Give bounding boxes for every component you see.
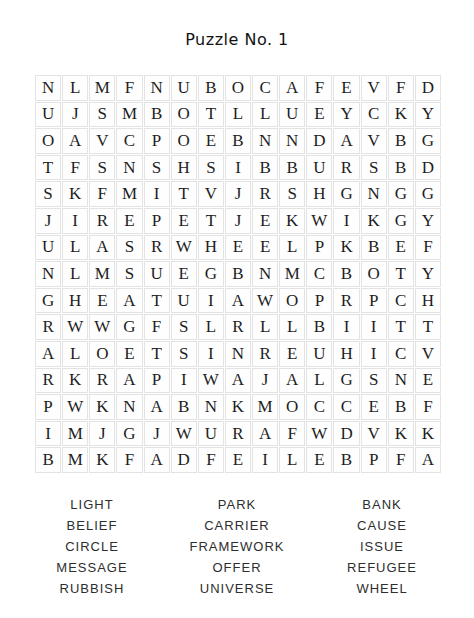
grid-cell-r10c1[interactable]: R — [35, 314, 61, 340]
grid-cell-r7c15[interactable]: F — [415, 235, 441, 261]
grid-cell-r2c15[interactable]: Y — [415, 102, 441, 128]
grid-cell-r14c15[interactable]: K — [415, 421, 441, 447]
grid-cell-r9c6[interactable]: U — [171, 288, 197, 314]
grid-cell-r2c14[interactable]: K — [388, 102, 414, 128]
grid-cell-r12c10[interactable]: A — [279, 368, 305, 394]
grid-cell-r10c13[interactable]: I — [361, 314, 387, 340]
grid-cell-r1c10[interactable]: A — [279, 75, 305, 101]
grid-cell-r12c8[interactable]: A — [225, 368, 251, 394]
grid-cell-r3c15[interactable]: G — [415, 128, 441, 154]
grid-cell-r15c4[interactable]: F — [116, 447, 142, 473]
grid-cell-r7c12[interactable]: K — [333, 235, 359, 261]
grid-cell-r12c5[interactable]: P — [144, 368, 170, 394]
grid-cell-r9c10[interactable]: O — [279, 288, 305, 314]
grid-cell-r14c4[interactable]: G — [116, 421, 142, 447]
grid-cell-r8c15[interactable]: Y — [415, 261, 441, 287]
grid-cell-r12c15[interactable]: E — [415, 368, 441, 394]
grid-cell-r9c5[interactable]: T — [144, 288, 170, 314]
grid-cell-r9c4[interactable]: A — [116, 288, 142, 314]
word-list: LIGHTBELIEFCIRCLEMESSAGERUBBISH PARKCARR… — [0, 494, 474, 599]
word-column-3: BANKCAUSEISSUEREFUGEEWHEEL — [312, 494, 452, 599]
word-wheel: WHEEL — [312, 578, 452, 599]
grid-cell-r10c4[interactable]: G — [116, 314, 142, 340]
grid-cell-r6c2[interactable]: I — [62, 208, 88, 234]
grid-cell-r5c2[interactable]: K — [62, 181, 88, 207]
grid-cell-r6c11[interactable]: W — [306, 208, 332, 234]
grid-cell-r8c1[interactable]: N — [35, 261, 61, 287]
grid-cell-r1c5[interactable]: N — [144, 75, 170, 101]
grid-cell-r7c4[interactable]: S — [116, 235, 142, 261]
grid-cell-r8c12[interactable]: B — [333, 261, 359, 287]
grid-cell-r3c3[interactable]: V — [89, 128, 115, 154]
grid-cell-r13c13[interactable]: E — [361, 394, 387, 420]
grid-cell-r12c13[interactable]: S — [361, 368, 387, 394]
grid-cell-r11c2[interactable]: L — [62, 341, 88, 367]
grid-cell-r1c4[interactable]: F — [116, 75, 142, 101]
grid-cell-r1c8[interactable]: O — [225, 75, 251, 101]
grid-cell-r3c6[interactable]: O — [171, 128, 197, 154]
grid-cell-r1c7[interactable]: B — [198, 75, 224, 101]
puzzle-title: Puzzle No. 1 — [0, 30, 474, 49]
grid-cell-r8c10[interactable]: M — [279, 261, 305, 287]
word-column-2: PARKCARRIERFRAMEWORKOFFERUNIVERSE — [162, 494, 312, 599]
grid-cell-r11c10[interactable]: E — [279, 341, 305, 367]
grid-cell-r12c12[interactable]: G — [333, 368, 359, 394]
grid-cell-r8c4[interactable]: S — [116, 261, 142, 287]
grid-cell-r6c13[interactable]: K — [361, 208, 387, 234]
grid-cell-r12c11[interactable]: L — [306, 368, 332, 394]
grid-cell-r4c2[interactable]: F — [62, 155, 88, 181]
grid-cell-r14c14[interactable]: K — [388, 421, 414, 447]
grid-cell-r2c13[interactable]: C — [361, 102, 387, 128]
letter-grid: NLMFNUBOCAFEVFDUJSMBOTLLUEYCKYOAVCPOEBNN… — [35, 75, 441, 473]
grid-cell-r7c2[interactable]: L — [62, 235, 88, 261]
grid-cell-r15c14[interactable]: F — [388, 447, 414, 473]
grid-cell-r4c12[interactable]: R — [333, 155, 359, 181]
grid-cell-r14c8[interactable]: R — [225, 421, 251, 447]
grid-cell-r3c4[interactable]: C — [116, 128, 142, 154]
grid-cell-r10c6[interactable]: S — [171, 314, 197, 340]
grid-cell-r5c14[interactable]: G — [388, 181, 414, 207]
grid-cell-r3c7[interactable]: E — [198, 128, 224, 154]
grid-cell-r14c10[interactable]: F — [279, 421, 305, 447]
grid-cell-r15c12[interactable]: B — [333, 447, 359, 473]
grid-cell-r13c6[interactable]: B — [171, 394, 197, 420]
grid-cell-r11c8[interactable]: N — [225, 341, 251, 367]
grid-cell-r6c7[interactable]: T — [198, 208, 224, 234]
grid-cell-r4c6[interactable]: H — [171, 155, 197, 181]
grid-cell-r11c6[interactable]: S — [171, 341, 197, 367]
grid-cell-r4c11[interactable]: U — [306, 155, 332, 181]
grid-cell-r1c9[interactable]: C — [252, 75, 278, 101]
grid-cell-r14c3[interactable]: J — [89, 421, 115, 447]
grid-cell-r8c13[interactable]: O — [361, 261, 387, 287]
grid-cell-r10c14[interactable]: T — [388, 314, 414, 340]
grid-cell-r11c3[interactable]: O — [89, 341, 115, 367]
grid-cell-r7c1[interactable]: U — [35, 235, 61, 261]
grid-cell-r3c12[interactable]: A — [333, 128, 359, 154]
grid-cell-r4c13[interactable]: S — [361, 155, 387, 181]
grid-cell-r8c6[interactable]: E — [171, 261, 197, 287]
grid-cell-r9c12[interactable]: R — [333, 288, 359, 314]
grid-cell-r2c2[interactable]: J — [62, 102, 88, 128]
grid-cell-r12c4[interactable]: A — [116, 368, 142, 394]
grid-cell-r8c5[interactable]: U — [144, 261, 170, 287]
grid-cell-r15c13[interactable]: P — [361, 447, 387, 473]
grid-cell-r3c11[interactable]: D — [306, 128, 332, 154]
word-column-1: LIGHTBELIEFCIRCLEMESSAGERUBBISH — [22, 494, 162, 599]
word-carrier: CARRIER — [162, 515, 312, 536]
word-light: LIGHT — [22, 494, 162, 515]
grid-cell-r14c1[interactable]: I — [35, 421, 61, 447]
grid-cell-r15c6[interactable]: D — [171, 447, 197, 473]
grid-cell-r2c12[interactable]: Y — [333, 102, 359, 128]
grid-cell-r11c15[interactable]: V — [415, 341, 441, 367]
grid-cell-r5c1[interactable]: S — [35, 181, 61, 207]
grid-cell-r14c2[interactable]: M — [62, 421, 88, 447]
grid-cell-r9c9[interactable]: W — [252, 288, 278, 314]
grid-cell-r5c9[interactable]: R — [252, 181, 278, 207]
grid-cell-r9c14[interactable]: C — [388, 288, 414, 314]
grid-cell-r5c15[interactable]: G — [415, 181, 441, 207]
word-universe: UNIVERSE — [162, 578, 312, 599]
grid-cell-r11c1[interactable]: A — [35, 341, 61, 367]
grid-cell-r10c9[interactable]: L — [252, 314, 278, 340]
grid-cell-r4c8[interactable]: I — [225, 155, 251, 181]
grid-cell-r8c14[interactable]: T — [388, 261, 414, 287]
grid-cell-r9c1[interactable]: G — [35, 288, 61, 314]
grid-cell-r11c14[interactable]: C — [388, 341, 414, 367]
grid-cell-r13c9[interactable]: M — [252, 394, 278, 420]
grid-cell-r7c8[interactable]: E — [225, 235, 251, 261]
grid-cell-r2c4[interactable]: M — [116, 102, 142, 128]
grid-cell-r12c1[interactable]: R — [35, 368, 61, 394]
grid-cell-r5c8[interactable]: J — [225, 181, 251, 207]
grid-cell-r14c13[interactable]: V — [361, 421, 387, 447]
word-framework: FRAMEWORK — [162, 536, 312, 557]
grid-cell-r15c11[interactable]: E — [306, 447, 332, 473]
grid-cell-r3c13[interactable]: V — [361, 128, 387, 154]
grid-cell-r6c15[interactable]: Y — [415, 208, 441, 234]
grid-cell-r9c11[interactable]: P — [306, 288, 332, 314]
grid-cell-r14c7[interactable]: U — [198, 421, 224, 447]
grid-cell-r13c10[interactable]: O — [279, 394, 305, 420]
grid-cell-r2c11[interactable]: E — [306, 102, 332, 128]
grid-cell-r11c7[interactable]: I — [198, 341, 224, 367]
grid-cell-r14c5[interactable]: J — [144, 421, 170, 447]
grid-cell-r6c6[interactable]: E — [171, 208, 197, 234]
grid-cell-r10c10[interactable]: L — [279, 314, 305, 340]
grid-cell-r13c8[interactable]: K — [225, 394, 251, 420]
grid-cell-r15c9[interactable]: I — [252, 447, 278, 473]
grid-cell-r10c12[interactable]: I — [333, 314, 359, 340]
grid-cell-r10c3[interactable]: W — [89, 314, 115, 340]
grid-cell-r5c10[interactable]: S — [279, 181, 305, 207]
grid-cell-r15c15[interactable]: A — [415, 447, 441, 473]
grid-cell-r1c12[interactable]: E — [333, 75, 359, 101]
grid-cell-r10c15[interactable]: T — [415, 314, 441, 340]
grid-cell-r7c7[interactable]: H — [198, 235, 224, 261]
word-bank: BANK — [312, 494, 452, 515]
grid-cell-r5c12[interactable]: G — [333, 181, 359, 207]
grid-cell-r3c2[interactable]: A — [62, 128, 88, 154]
grid-cell-r15c3[interactable]: K — [89, 447, 115, 473]
word-rubbish: RUBBISH — [22, 578, 162, 599]
grid-cell-r2c6[interactable]: O — [171, 102, 197, 128]
puzzle-page: Puzzle No. 1 NLMFNUBOCAFEVFDUJSMBOTLLUEY… — [0, 0, 474, 618]
grid-cell-r11c12[interactable]: H — [333, 341, 359, 367]
grid-cell-r12c3[interactable]: R — [89, 368, 115, 394]
grid-cell-r9c15[interactable]: H — [415, 288, 441, 314]
grid-cell-r3c5[interactable]: P — [144, 128, 170, 154]
grid-cell-r1c11[interactable]: F — [306, 75, 332, 101]
grid-cell-r13c5[interactable]: A — [144, 394, 170, 420]
grid-cell-r13c12[interactable]: C — [333, 394, 359, 420]
grid-cell-r8c2[interactable]: L — [62, 261, 88, 287]
grid-cell-r3c10[interactable]: N — [279, 128, 305, 154]
grid-cell-r14c9[interactable]: A — [252, 421, 278, 447]
grid-cell-r2c5[interactable]: B — [144, 102, 170, 128]
grid-cell-r13c7[interactable]: N — [198, 394, 224, 420]
grid-cell-r1c6[interactable]: U — [171, 75, 197, 101]
word-offer: OFFER — [162, 557, 312, 578]
grid-cell-r7c13[interactable]: B — [361, 235, 387, 261]
grid-cell-r3c14[interactable]: B — [388, 128, 414, 154]
grid-cell-r8c8[interactable]: B — [225, 261, 251, 287]
grid-cell-r7c11[interactable]: P — [306, 235, 332, 261]
word-circle: CIRCLE — [22, 536, 162, 557]
grid-cell-r6c8[interactable]: J — [225, 208, 251, 234]
grid-cell-r6c4[interactable]: E — [116, 208, 142, 234]
grid-cell-r10c7[interactable]: L — [198, 314, 224, 340]
grid-cell-r2c9[interactable]: L — [252, 102, 278, 128]
grid-cell-r9c7[interactable]: I — [198, 288, 224, 314]
grid-cell-r1c1[interactable]: N — [35, 75, 61, 101]
grid-cell-r12c14[interactable]: N — [388, 368, 414, 394]
grid-cell-r14c6[interactable]: W — [171, 421, 197, 447]
grid-cell-r10c8[interactable]: R — [225, 314, 251, 340]
word-refugee: REFUGEE — [312, 557, 452, 578]
grid-cell-r3c9[interactable]: N — [252, 128, 278, 154]
grid-cell-r4c9[interactable]: B — [252, 155, 278, 181]
grid-cell-r15c8[interactable]: E — [225, 447, 251, 473]
grid-cell-r4c1[interactable]: T — [35, 155, 61, 181]
grid-cell-r7c9[interactable]: E — [252, 235, 278, 261]
grid-cell-r8c3[interactable]: M — [89, 261, 115, 287]
grid-cell-r15c7[interactable]: F — [198, 447, 224, 473]
grid-cell-r15c10[interactable]: L — [279, 447, 305, 473]
grid-cell-r8c9[interactable]: N — [252, 261, 278, 287]
word-message: MESSAGE — [22, 557, 162, 578]
grid-cell-r7c6[interactable]: W — [171, 235, 197, 261]
grid-cell-r5c6[interactable]: T — [171, 181, 197, 207]
grid-cell-r6c10[interactable]: K — [279, 208, 305, 234]
grid-cell-r4c10[interactable]: B — [279, 155, 305, 181]
grid-cell-r1c2[interactable]: L — [62, 75, 88, 101]
word-issue: ISSUE — [312, 536, 452, 557]
grid-cell-r1c3[interactable]: M — [89, 75, 115, 101]
grid-cell-r8c11[interactable]: C — [306, 261, 332, 287]
grid-cell-r9c13[interactable]: P — [361, 288, 387, 314]
grid-cell-r2c8[interactable]: L — [225, 102, 251, 128]
grid-cell-r9c2[interactable]: H — [62, 288, 88, 314]
word-belief: BELIEF — [22, 515, 162, 536]
grid-cell-r14c12[interactable]: D — [333, 421, 359, 447]
grid-cell-r12c7[interactable]: W — [198, 368, 224, 394]
grid-cell-r10c5[interactable]: F — [144, 314, 170, 340]
grid-cell-r13c2[interactable]: W — [62, 394, 88, 420]
grid-cell-r4c4[interactable]: N — [116, 155, 142, 181]
grid-cell-r5c13[interactable]: N — [361, 181, 387, 207]
grid-cell-r2c10[interactable]: U — [279, 102, 305, 128]
grid-cell-r10c2[interactable]: W — [62, 314, 88, 340]
grid-cell-r6c9[interactable]: E — [252, 208, 278, 234]
word-cause: CAUSE — [312, 515, 452, 536]
grid-cell-r13c15[interactable]: F — [415, 394, 441, 420]
grid-cell-r10c11[interactable]: B — [306, 314, 332, 340]
grid-cell-r9c3[interactable]: E — [89, 288, 115, 314]
grid-cell-r4c15[interactable]: D — [415, 155, 441, 181]
grid-cell-r6c3[interactable]: R — [89, 208, 115, 234]
grid-cell-r5c5[interactable]: I — [144, 181, 170, 207]
grid-cell-r3c1[interactable]: O — [35, 128, 61, 154]
grid-cell-r1c14[interactable]: F — [388, 75, 414, 101]
grid-cell-r11c9[interactable]: R — [252, 341, 278, 367]
grid-cell-r5c11[interactable]: H — [306, 181, 332, 207]
grid-cell-r4c7[interactable]: S — [198, 155, 224, 181]
grid-cell-r13c1[interactable]: P — [35, 394, 61, 420]
grid-cell-r13c4[interactable]: N — [116, 394, 142, 420]
grid-cell-r5c7[interactable]: V — [198, 181, 224, 207]
grid-cell-r4c14[interactable]: B — [388, 155, 414, 181]
grid-cell-r2c7[interactable]: T — [198, 102, 224, 128]
grid-cell-r5c3[interactable]: F — [89, 181, 115, 207]
grid-cell-r6c5[interactable]: P — [144, 208, 170, 234]
grid-cell-r12c6[interactable]: I — [171, 368, 197, 394]
grid-cell-r7c14[interactable]: E — [388, 235, 414, 261]
grid-cell-r12c9[interactable]: J — [252, 368, 278, 394]
grid-cell-r2c1[interactable]: U — [35, 102, 61, 128]
grid-cell-r15c5[interactable]: A — [144, 447, 170, 473]
grid-cell-r9c8[interactable]: A — [225, 288, 251, 314]
grid-cell-r6c1[interactable]: J — [35, 208, 61, 234]
grid-cell-r14c11[interactable]: W — [306, 421, 332, 447]
grid-cell-r4c3[interactable]: S — [89, 155, 115, 181]
grid-cell-r13c14[interactable]: B — [388, 394, 414, 420]
grid-cell-r4c5[interactable]: S — [144, 155, 170, 181]
grid-cell-r11c11[interactable]: U — [306, 341, 332, 367]
grid-cell-r7c3[interactable]: A — [89, 235, 115, 261]
grid-cell-r12c2[interactable]: K — [62, 368, 88, 394]
grid-cell-r11c4[interactable]: E — [116, 341, 142, 367]
grid-cell-r6c12[interactable]: I — [333, 208, 359, 234]
grid-cell-r11c5[interactable]: T — [144, 341, 170, 367]
grid-cell-r15c2[interactable]: M — [62, 447, 88, 473]
grid-cell-r6c14[interactable]: G — [388, 208, 414, 234]
grid-cell-r13c3[interactable]: K — [89, 394, 115, 420]
grid-cell-r2c3[interactable]: S — [89, 102, 115, 128]
grid-cell-r7c5[interactable]: R — [144, 235, 170, 261]
word-park: PARK — [162, 494, 312, 515]
grid-cell-r7c10[interactable]: L — [279, 235, 305, 261]
grid-cell-r1c13[interactable]: V — [361, 75, 387, 101]
grid-cell-r8c7[interactable]: G — [198, 261, 224, 287]
grid-cell-r15c1[interactable]: B — [35, 447, 61, 473]
grid-cell-r13c11[interactable]: C — [306, 394, 332, 420]
grid-cell-r11c13[interactable]: I — [361, 341, 387, 367]
grid-cell-r3c8[interactable]: B — [225, 128, 251, 154]
grid-cell-r1c15[interactable]: D — [415, 75, 441, 101]
grid-cell-r5c4[interactable]: M — [116, 181, 142, 207]
